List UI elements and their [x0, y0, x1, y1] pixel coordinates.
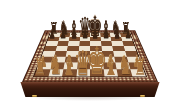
piece-black-pawn-h7: ♟ [122, 28, 133, 41]
chess-set-photo: ♜♞♝♛♚♝♞♜♟♟♟♟♟♟♟♟♟♟♟♟♟♟♟♟♜♞♝♛♚♝♞♜ [0, 0, 175, 105]
piece-white-knight-b1: ♞ [43, 53, 66, 79]
piece-white-pawn-b2: ♟ [49, 54, 63, 70]
piece-black-pawn-f7: ♟ [101, 28, 112, 41]
piece-white-bishop-f1: ♝ [99, 52, 124, 79]
piece-white-pawn-d2: ♟ [76, 54, 90, 70]
piece-black-bishop-c8: ♝ [65, 18, 83, 38]
piece-black-queen-d8: ♛ [74, 14, 96, 39]
piece-white-queen-d1: ♛ [68, 46, 99, 80]
piece-white-rook-h1: ♜ [129, 55, 149, 78]
piece-white-rook-a1: ♜ [30, 55, 50, 78]
piece-black-king-e8: ♚ [83, 12, 108, 40]
piece-black-knight-g8: ♞ [108, 19, 125, 38]
piece-white-pawn-f2: ♟ [103, 54, 117, 70]
piece-white-pawn-h2: ♟ [130, 54, 144, 70]
piece-black-rook-a8: ♜ [46, 21, 61, 38]
piece-white-king-e1: ♚ [80, 43, 114, 81]
piece-white-bishop-c1: ♝ [56, 52, 81, 79]
piece-black-rook-h8: ♜ [119, 21, 134, 38]
piece-white-knight-g1: ♞ [114, 53, 137, 79]
piece-white-pawn-a2: ♟ [36, 54, 50, 70]
piece-black-bishop-f8: ♝ [97, 18, 115, 38]
piece-black-knight-b8: ♞ [56, 19, 73, 38]
piece-black-pawn-g7: ♟ [111, 28, 122, 41]
pieces-layer: ♜♞♝♛♚♝♞♜♟♟♟♟♟♟♟♟♟♟♟♟♟♟♟♟♜♞♝♛♚♝♞♜ [0, 0, 175, 105]
piece-black-pawn-d7: ♟ [79, 28, 90, 41]
piece-black-pawn-e7: ♟ [90, 28, 101, 41]
piece-black-pawn-c7: ♟ [68, 28, 79, 41]
piece-black-pawn-a7: ♟ [47, 28, 58, 41]
piece-white-pawn-g2: ♟ [117, 54, 131, 70]
piece-black-pawn-b7: ♟ [57, 28, 68, 41]
piece-white-pawn-e2: ♟ [90, 54, 104, 70]
piece-white-pawn-c2: ♟ [63, 54, 77, 70]
